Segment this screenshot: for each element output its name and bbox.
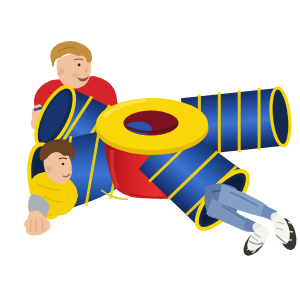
boy1-cheek: [72, 73, 79, 77]
product-photo-canvas: [0, 0, 300, 300]
boy2-hand: [24, 218, 51, 236]
sneaker-upper: [270, 213, 300, 252]
play-tunnel-product-photo: [0, 0, 300, 300]
hub-top-ring: [96, 98, 209, 155]
boy1-eye: [78, 64, 81, 67]
boy2-eye: [62, 163, 65, 166]
boy1-ear: [58, 68, 64, 76]
boy2-ear: [46, 165, 52, 173]
